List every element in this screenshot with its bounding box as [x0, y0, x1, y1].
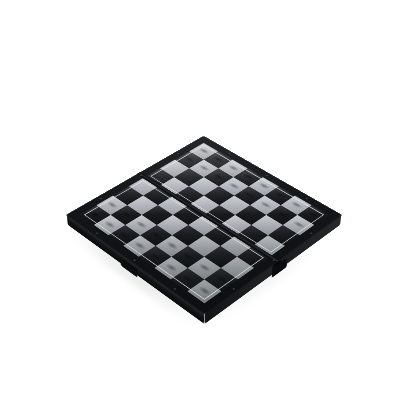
rook-glyph: ♜ — [178, 265, 231, 292]
pawn-glyph: ♟ — [274, 203, 323, 225]
chess-set-photo: ♜♞♝♛♚♝♞♜♟♟♟♟♟♟♟♟♟♟♟♟♟♟♟♟♜♞♝♛♚♝♞♜ — [0, 0, 400, 400]
chess-board: ♜♞♝♛♚♝♞♜♟♟♟♟♟♟♟♟♟♟♟♟♟♟♟♟♜♞♝♛♚♝♞♜ — [65, 136, 342, 315]
scene: ♜♞♝♛♚♝♞♜♟♟♟♟♟♟♟♟♟♟♟♟♟♟♟♟♜♞♝♛♚♝♞♜ — [0, 0, 400, 400]
